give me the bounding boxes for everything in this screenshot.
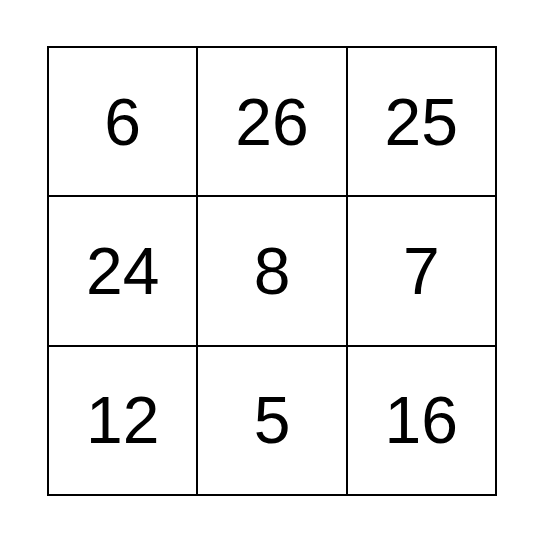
grid-cell-r3c3: 16: [347, 346, 496, 495]
grid-cell-r1c1: 6: [48, 47, 197, 196]
cell-value: 8: [254, 238, 291, 304]
cell-value: 16: [385, 387, 458, 453]
grid-cell-r1c2: 26: [197, 47, 346, 196]
grid-cell-r2c2: 8: [197, 196, 346, 345]
grid-cell-r1c3: 25: [347, 47, 496, 196]
grid-cell-r3c1: 12: [48, 346, 197, 495]
cell-value: 6: [104, 89, 141, 155]
cell-value: 24: [86, 238, 159, 304]
cell-value: 26: [235, 89, 308, 155]
cell-value: 5: [254, 387, 291, 453]
grid-cell-r3c2: 5: [197, 346, 346, 495]
grid-cell-r2c1: 24: [48, 196, 197, 345]
cell-value: 7: [403, 238, 440, 304]
grid-cell-r2c3: 7: [347, 196, 496, 345]
number-grid-board: 6 26 25 24 8 7 12 5 16: [47, 46, 497, 496]
cell-value: 25: [385, 89, 458, 155]
cell-value: 12: [86, 387, 159, 453]
